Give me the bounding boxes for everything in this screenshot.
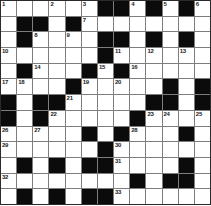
blocked-cell <box>82 158 97 173</box>
crossword-cell[interactable] <box>1 17 16 32</box>
crossword-cell[interactable]: 31 <box>114 158 129 173</box>
crossword-cell[interactable] <box>146 17 161 32</box>
clue-number: 22 <box>50 111 56 118</box>
clue-number: 13 <box>180 48 186 55</box>
blocked-cell <box>98 189 113 204</box>
crossword-cell[interactable]: 7 <box>82 17 97 32</box>
crossword-cell[interactable] <box>195 127 210 142</box>
clue-number: 31 <box>115 158 121 165</box>
crossword-cell[interactable] <box>82 48 97 63</box>
clue-number: 11 <box>115 48 121 55</box>
crossword-cell[interactable] <box>179 95 194 110</box>
crossword-cell[interactable] <box>98 79 113 94</box>
crossword-cell[interactable] <box>33 189 48 204</box>
crossword-cell[interactable]: 1 <box>1 1 16 16</box>
crossword-cell[interactable] <box>130 95 145 110</box>
crossword-cell[interactable] <box>179 64 194 79</box>
crossword-cell[interactable]: 9 <box>66 32 81 47</box>
blocked-cell <box>33 95 48 110</box>
crossword-cell[interactable] <box>146 174 161 189</box>
crossword-cell[interactable] <box>98 111 113 126</box>
crossword-cell[interactable] <box>146 64 161 79</box>
crossword-cell[interactable] <box>1 32 16 47</box>
crossword-cell[interactable] <box>49 32 64 47</box>
blocked-cell <box>163 95 178 110</box>
crossword-cell[interactable]: 3 <box>82 1 97 16</box>
blocked-cell <box>179 174 194 189</box>
blocked-cell <box>98 158 113 173</box>
clue-number: 24 <box>164 111 170 118</box>
blocked-cell <box>17 17 32 32</box>
crossword-cell[interactable]: 23 <box>146 111 161 126</box>
crossword-cell[interactable]: 4 <box>130 1 145 16</box>
blocked-cell <box>130 174 145 189</box>
crossword-cell[interactable] <box>98 95 113 110</box>
crossword-cell[interactable] <box>66 1 81 16</box>
crossword-cell[interactable] <box>130 32 145 47</box>
crossword-cell[interactable]: 18 <box>17 79 32 94</box>
clue-number: 10 <box>2 48 8 55</box>
crossword-cell[interactable]: 16 <box>130 64 145 79</box>
crossword-cell[interactable] <box>163 48 178 63</box>
crossword-cell[interactable]: 13 <box>179 48 194 63</box>
clue-number: 14 <box>34 64 40 71</box>
crossword-cell[interactable] <box>33 158 48 173</box>
crossword-cell[interactable] <box>82 32 97 47</box>
clue-number: 20 <box>115 79 121 86</box>
crossword-cell[interactable] <box>17 142 32 157</box>
blocked-cell <box>195 79 210 94</box>
crossword-puzzle: 1234567891011121314151617181920212223242… <box>0 0 211 206</box>
crossword-cell[interactable]: 32 <box>1 174 16 189</box>
crossword-cell[interactable] <box>163 32 178 47</box>
crossword-cell[interactable] <box>195 17 210 32</box>
blocked-cell <box>1 95 16 110</box>
clue-number: 30 <box>115 142 121 149</box>
crossword-cell[interactable]: 10 <box>1 48 16 63</box>
blocked-cell <box>33 17 48 32</box>
crossword-cell[interactable] <box>195 189 210 204</box>
crossword-cell[interactable] <box>179 189 194 204</box>
blocked-cell <box>82 64 97 79</box>
blocked-cell <box>163 174 178 189</box>
clue-number: 19 <box>83 79 89 86</box>
crossword-cell[interactable]: 25 <box>195 111 210 126</box>
crossword-cell[interactable] <box>146 158 161 173</box>
clue-number: 6 <box>196 1 199 8</box>
clue-number: 18 <box>18 79 24 86</box>
crossword-cell[interactable] <box>114 17 129 32</box>
clue-number: 1 <box>2 1 5 8</box>
crossword-cell[interactable] <box>146 79 161 94</box>
crossword-cell[interactable] <box>114 174 129 189</box>
blocked-cell <box>66 17 81 32</box>
crossword-cell[interactable] <box>114 95 129 110</box>
blocked-cell <box>17 32 32 47</box>
clue-number: 32 <box>2 174 8 181</box>
blocked-cell <box>114 1 129 16</box>
blocked-cell <box>114 127 129 142</box>
crossword-cell[interactable] <box>114 111 129 126</box>
blocked-cell <box>82 189 97 204</box>
crossword-cell[interactable] <box>163 127 178 142</box>
crossword-cell[interactable] <box>98 17 113 32</box>
crossword-cell[interactable] <box>163 158 178 173</box>
clue-number: 21 <box>67 95 73 102</box>
crossword-cell[interactable] <box>195 174 210 189</box>
crossword-cell[interactable]: 24 <box>163 111 178 126</box>
blocked-cell <box>98 142 113 157</box>
crossword-cell[interactable]: 5 <box>163 1 178 16</box>
clue-number: 23 <box>147 111 153 118</box>
crossword-cell[interactable] <box>163 142 178 157</box>
blocked-cell <box>33 111 48 126</box>
crossword-cell[interactable] <box>1 64 16 79</box>
blocked-cell <box>49 189 64 204</box>
blocked-cell <box>49 158 64 173</box>
crossword-cell[interactable]: 26 <box>1 127 16 142</box>
crossword-cell[interactable]: 12 <box>146 48 161 63</box>
clue-number: 16 <box>131 64 137 71</box>
crossword-cell[interactable] <box>146 142 161 157</box>
crossword-cell[interactable]: 6 <box>195 1 210 16</box>
crossword-cell[interactable]: 27 <box>33 127 48 142</box>
crossword-cell[interactable] <box>1 189 16 204</box>
blocked-cell <box>98 1 113 16</box>
crossword-cell[interactable] <box>33 48 48 63</box>
crossword-cell[interactable] <box>82 111 97 126</box>
crossword-cell[interactable] <box>163 64 178 79</box>
blocked-cell <box>146 1 161 16</box>
crossword-cell[interactable] <box>49 17 64 32</box>
crossword-cell[interactable] <box>17 95 32 110</box>
blocked-cell <box>49 95 64 110</box>
crossword-cell[interactable]: 28 <box>130 127 145 142</box>
clue-number: 26 <box>2 127 8 134</box>
blocked-cell <box>17 158 32 173</box>
clue-number: 17 <box>2 79 8 86</box>
clue-number: 27 <box>34 127 40 134</box>
crossword-cell[interactable]: 30 <box>114 142 129 157</box>
crossword-cell[interactable] <box>130 142 145 157</box>
clue-number: 29 <box>2 142 8 149</box>
crossword-cell[interactable] <box>17 174 32 189</box>
crossword-cell[interactable] <box>49 48 64 63</box>
crossword-cell[interactable] <box>179 111 194 126</box>
crossword-cell[interactable] <box>49 79 64 94</box>
crossword-cell[interactable] <box>49 174 64 189</box>
crossword-cell[interactable] <box>82 95 97 110</box>
blocked-cell <box>98 48 113 63</box>
blocked-cell <box>98 32 113 47</box>
clue-number: 4 <box>131 1 134 8</box>
crossword-cell[interactable] <box>66 64 81 79</box>
crossword-cell[interactable] <box>33 174 48 189</box>
blocked-cell <box>130 111 145 126</box>
crossword-cell[interactable] <box>66 189 81 204</box>
crossword-cell[interactable]: 19 <box>82 79 97 94</box>
crossword-cell[interactable] <box>130 158 145 173</box>
clue-number: 3 <box>83 1 86 8</box>
blocked-cell <box>179 127 194 142</box>
crossword-cell[interactable]: 33 <box>114 189 129 204</box>
crossword-cell[interactable] <box>1 158 16 173</box>
crossword-cell[interactable] <box>130 17 145 32</box>
crossword-cell[interactable] <box>179 79 194 94</box>
crossword-cell[interactable] <box>33 79 48 94</box>
clue-number: 25 <box>196 111 202 118</box>
crossword-cell[interactable] <box>130 189 145 204</box>
blocked-cell <box>114 32 129 47</box>
crossword-cell[interactable] <box>98 127 113 142</box>
blocked-cell <box>66 79 81 94</box>
crossword-cell[interactable]: 20 <box>114 79 129 94</box>
clue-number: 5 <box>164 1 167 8</box>
crossword-cell[interactable] <box>66 158 81 173</box>
crossword-cell[interactable] <box>17 1 32 16</box>
blocked-cell <box>179 1 194 16</box>
clue-number: 15 <box>99 64 105 71</box>
crossword-cell[interactable] <box>17 111 32 126</box>
blocked-cell <box>146 95 161 110</box>
blocked-cell <box>163 79 178 94</box>
crossword-cell[interactable] <box>130 48 145 63</box>
crossword-cell[interactable] <box>195 32 210 47</box>
crossword-cell[interactable] <box>49 142 64 157</box>
blocked-cell <box>114 64 129 79</box>
blocked-cell <box>17 64 32 79</box>
crossword-cell[interactable] <box>82 174 97 189</box>
blocked-cell <box>179 158 194 173</box>
crossword-cell[interactable]: 14 <box>33 64 48 79</box>
crossword-cell[interactable]: 29 <box>1 142 16 157</box>
crossword-cell[interactable] <box>195 48 210 63</box>
crossword-cell[interactable] <box>179 17 194 32</box>
blocked-cell <box>195 95 210 110</box>
clue-number: 28 <box>131 127 137 134</box>
clue-number: 2 <box>50 1 53 8</box>
crossword-cell[interactable]: 8 <box>33 32 48 47</box>
crossword-cell[interactable] <box>33 142 48 157</box>
crossword-cell[interactable] <box>66 142 81 157</box>
blocked-cell <box>146 32 161 47</box>
crossword-cell[interactable] <box>195 158 210 173</box>
crossword-cell[interactable]: 11 <box>114 48 129 63</box>
crossword-cell[interactable]: 22 <box>49 111 64 126</box>
crossword-cell[interactable] <box>17 48 32 63</box>
crossword-cell[interactable] <box>66 111 81 126</box>
crossword-cell[interactable] <box>146 189 161 204</box>
blocked-cell <box>1 111 16 126</box>
crossword-cell[interactable]: 17 <box>1 79 16 94</box>
crossword-cell[interactable] <box>163 189 178 204</box>
crossword-cell[interactable]: 21 <box>66 95 81 110</box>
crossword-cell[interactable] <box>179 142 194 157</box>
crossword-cell[interactable] <box>82 142 97 157</box>
crossword-cell[interactable] <box>17 127 32 142</box>
blocked-cell <box>179 32 194 47</box>
crossword-cell[interactable] <box>66 174 81 189</box>
blocked-cell <box>17 189 32 204</box>
crossword-cell[interactable]: 2 <box>49 1 64 16</box>
crossword-cell[interactable] <box>98 174 113 189</box>
clue-number: 8 <box>34 32 37 39</box>
crossword-cell[interactable] <box>33 1 48 16</box>
crossword-cell[interactable] <box>195 142 210 157</box>
crossword-cell[interactable] <box>49 127 64 142</box>
blocked-cell <box>82 127 97 142</box>
crossword-cell[interactable] <box>163 17 178 32</box>
crossword-cell[interactable]: 15 <box>98 64 113 79</box>
clue-number: 7 <box>83 17 86 24</box>
crossword-cell[interactable] <box>195 64 210 79</box>
clue-number: 9 <box>67 32 70 39</box>
clue-number: 33 <box>115 189 121 196</box>
clue-number: 12 <box>147 48 153 55</box>
crossword-cell[interactable] <box>66 127 81 142</box>
crossword-board: 1234567891011121314151617181920212223242… <box>0 0 211 205</box>
crossword-cell[interactable] <box>66 48 81 63</box>
crossword-cell[interactable] <box>130 79 145 94</box>
crossword-cell[interactable] <box>49 64 64 79</box>
crossword-cell[interactable] <box>146 127 161 142</box>
